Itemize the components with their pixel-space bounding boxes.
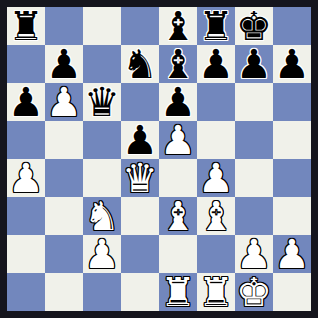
square-e8[interactable]: ♝: [159, 7, 197, 45]
piece-white-rook[interactable]: ♜: [197, 273, 235, 311]
square-h7[interactable]: ♟: [273, 45, 311, 83]
square-d6[interactable]: [121, 83, 159, 121]
square-e5[interactable]: ♟: [159, 121, 197, 159]
square-c2[interactable]: ♟: [83, 235, 121, 273]
square-f5[interactable]: [197, 121, 235, 159]
piece-white-pawn[interactable]: ♟: [159, 121, 197, 159]
piece-black-knight[interactable]: ♞: [121, 45, 159, 83]
piece-black-king[interactable]: ♚: [235, 7, 273, 45]
square-e1[interactable]: ♜: [159, 273, 197, 311]
square-f2[interactable]: [197, 235, 235, 273]
square-h8[interactable]: [273, 7, 311, 45]
piece-white-king[interactable]: ♚: [235, 273, 273, 311]
square-a8[interactable]: ♜: [7, 7, 45, 45]
square-g4[interactable]: [235, 159, 273, 197]
square-e7[interactable]: ♝: [159, 45, 197, 83]
square-b3[interactable]: [45, 197, 83, 235]
square-e6[interactable]: ♟: [159, 83, 197, 121]
piece-white-pawn[interactable]: ♟: [273, 235, 311, 273]
square-g7[interactable]: ♟: [235, 45, 273, 83]
square-h6[interactable]: [273, 83, 311, 121]
square-a1[interactable]: [7, 273, 45, 311]
square-e2[interactable]: [159, 235, 197, 273]
piece-black-pawn[interactable]: ♟: [159, 83, 197, 121]
square-a7[interactable]: [7, 45, 45, 83]
square-c7[interactable]: [83, 45, 121, 83]
piece-black-pawn[interactable]: ♟: [121, 121, 159, 159]
piece-black-pawn[interactable]: ♟: [273, 45, 311, 83]
square-d4[interactable]: ♛: [121, 159, 159, 197]
piece-black-pawn[interactable]: ♟: [7, 83, 45, 121]
square-e3[interactable]: ♝: [159, 197, 197, 235]
square-h2[interactable]: ♟: [273, 235, 311, 273]
piece-black-rook[interactable]: ♜: [7, 7, 45, 45]
square-b6[interactable]: ♟: [45, 83, 83, 121]
square-b7[interactable]: ♟: [45, 45, 83, 83]
square-g5[interactable]: [235, 121, 273, 159]
piece-black-pawn[interactable]: ♟: [235, 45, 273, 83]
square-a3[interactable]: [7, 197, 45, 235]
square-c5[interactable]: [83, 121, 121, 159]
square-a2[interactable]: [7, 235, 45, 273]
piece-white-knight[interactable]: ♞: [83, 197, 121, 235]
piece-black-bishop[interactable]: ♝: [159, 45, 197, 83]
square-d3[interactable]: [121, 197, 159, 235]
square-b4[interactable]: [45, 159, 83, 197]
square-e4[interactable]: [159, 159, 197, 197]
piece-white-pawn[interactable]: ♟: [45, 83, 83, 121]
square-h4[interactable]: [273, 159, 311, 197]
piece-black-pawn[interactable]: ♟: [197, 45, 235, 83]
piece-black-pawn[interactable]: ♟: [45, 45, 83, 83]
square-d7[interactable]: ♞: [121, 45, 159, 83]
square-g2[interactable]: ♟: [235, 235, 273, 273]
square-g6[interactable]: [235, 83, 273, 121]
square-c3[interactable]: ♞: [83, 197, 121, 235]
piece-black-queen[interactable]: ♛: [83, 83, 121, 121]
square-c8[interactable]: [83, 7, 121, 45]
board-grid: ♜♝♜♚♟♞♝♟♟♟♟♟♛♟♟♟♟♛♟♞♝♝♟♟♟♜♜♚: [7, 7, 311, 311]
piece-white-queen[interactable]: ♛: [121, 159, 159, 197]
square-b2[interactable]: [45, 235, 83, 273]
square-c6[interactable]: ♛: [83, 83, 121, 121]
square-b1[interactable]: [45, 273, 83, 311]
square-g3[interactable]: [235, 197, 273, 235]
square-g8[interactable]: ♚: [235, 7, 273, 45]
square-d2[interactable]: [121, 235, 159, 273]
square-h3[interactable]: [273, 197, 311, 235]
square-c4[interactable]: [83, 159, 121, 197]
piece-white-pawn[interactable]: ♟: [235, 235, 273, 273]
square-d8[interactable]: [121, 7, 159, 45]
square-b8[interactable]: [45, 7, 83, 45]
piece-white-pawn[interactable]: ♟: [7, 159, 45, 197]
square-a4[interactable]: ♟: [7, 159, 45, 197]
square-f4[interactable]: ♟: [197, 159, 235, 197]
piece-white-bishop[interactable]: ♝: [197, 197, 235, 235]
piece-white-pawn[interactable]: ♟: [83, 235, 121, 273]
square-f8[interactable]: ♜: [197, 7, 235, 45]
square-f6[interactable]: [197, 83, 235, 121]
piece-white-bishop[interactable]: ♝: [159, 197, 197, 235]
square-d1[interactable]: [121, 273, 159, 311]
square-h5[interactable]: [273, 121, 311, 159]
square-f1[interactable]: ♜: [197, 273, 235, 311]
square-g1[interactable]: ♚: [235, 273, 273, 311]
square-f7[interactable]: ♟: [197, 45, 235, 83]
square-c1[interactable]: [83, 273, 121, 311]
square-d5[interactable]: ♟: [121, 121, 159, 159]
piece-black-bishop[interactable]: ♝: [159, 7, 197, 45]
square-h1[interactable]: [273, 273, 311, 311]
square-f3[interactable]: ♝: [197, 197, 235, 235]
square-a6[interactable]: ♟: [7, 83, 45, 121]
square-a5[interactable]: [7, 121, 45, 159]
piece-black-rook[interactable]: ♜: [197, 7, 235, 45]
piece-white-rook[interactable]: ♜: [159, 273, 197, 311]
square-b5[interactable]: [45, 121, 83, 159]
piece-white-pawn[interactable]: ♟: [197, 159, 235, 197]
chess-board: ♜♝♜♚♟♞♝♟♟♟♟♟♛♟♟♟♟♛♟♞♝♝♟♟♟♜♜♚: [0, 0, 318, 318]
